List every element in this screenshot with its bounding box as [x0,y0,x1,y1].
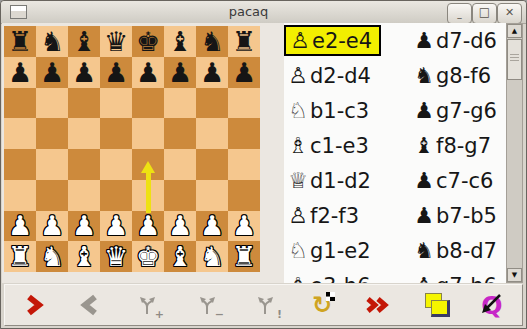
board-panel: ♜♞♝♛♚♝♞♜♟♟♟♟♟♟♟♟♟♟♟♟♟♟♟♟♜♞♝♛♚♝♞♜ [2,23,284,283]
square-b6[interactable] [36,88,68,119]
square-a2[interactable]: ♟ [4,211,36,242]
board: ♜♞♝♛♚♝♞♜♟♟♟♟♟♟♟♟♟♟♟♟♟♟♟♟♜♞♝♛♚♝♞♜ [4,26,260,272]
square-d4[interactable] [100,149,132,180]
black-pawn-icon: ♟ [412,205,436,227]
square-b8[interactable]: ♞ [36,26,68,57]
move-row: ♘g1-e2♞b8-d7 [284,233,506,268]
square-g3[interactable] [196,180,228,211]
square-e1[interactable]: ♚ [132,241,164,272]
move-text: b7-b5 [436,204,497,228]
black-pawn: ♟ [232,59,256,86]
black-bishop-icon: ♝ [412,275,436,284]
square-d7[interactable]: ♟ [100,57,132,88]
square-b1[interactable]: ♞ [36,241,68,272]
window-title: pacaq [61,4,436,19]
black-pawn: ♟ [104,59,128,86]
square-c2[interactable]: ♟ [68,211,100,242]
white-bishop-icon: ♗ [286,135,310,157]
branch-exclaim-icon [255,293,279,317]
square-c1[interactable]: ♝ [68,241,100,272]
move-text: b8-d7 [436,239,497,263]
square-g4[interactable] [196,149,228,180]
black-rook: ♜ [232,28,256,55]
move-text: f8-g7 [436,134,491,158]
move-arrow-head-icon [141,161,155,173]
maximize-button[interactable]: □ [472,3,497,24]
white-pawn-icon: ♙ [286,65,310,87]
square-g7[interactable]: ♟ [196,57,228,88]
window-menu-icon[interactable] [10,5,27,19]
move-text: e3-h6 [310,274,371,284]
move-text: b1-c3 [310,99,369,123]
white-move[interactable]: ♘b1-c3 [286,93,369,128]
black-bishop: ♝ [72,28,96,55]
black-pawn: ♟ [136,59,160,86]
move-text: c7-c6 [436,169,493,193]
white-king: ♚ [136,243,160,270]
close-button[interactable]: ✕ [497,3,522,24]
square-c6[interactable] [68,88,100,119]
square-h4[interactable] [228,149,260,180]
minus-badge: − [215,308,224,321]
black-rook: ♜ [8,28,32,55]
black-move[interactable]: ♝f8-g7 [412,128,491,163]
white-move[interactable]: ♙d2-d4 [286,58,371,93]
square-h5[interactable] [228,118,260,149]
minimize-button[interactable]: – [447,3,472,24]
white-move[interactable]: ♙e2-e4 [284,25,381,56]
square-c4[interactable] [68,149,100,180]
square-d1[interactable]: ♛ [100,241,132,272]
move-row: ♙d2-d4♞g8-f6 [284,58,506,93]
black-pawn-icon: ♟ [412,170,436,192]
white-pawn: ♟ [40,212,64,239]
square-d5[interactable] [100,118,132,149]
square-c8[interactable]: ♝ [68,26,100,57]
white-move[interactable]: ♗e3-h6 [286,268,371,283]
black-move[interactable]: ♟c7-c6 [412,163,493,198]
white-move[interactable]: ♙f2-f3 [286,198,359,233]
diagonal-arrow-icon [477,290,507,320]
variation-add-button[interactable]: + [134,290,164,320]
square-a7[interactable]: ♟ [4,57,36,88]
black-move[interactable]: ♟g7-g6 [412,93,497,128]
square-g5[interactable] [196,118,228,149]
square-a4[interactable] [4,149,36,180]
move-row: ♗c1-e3♝f8-g7 [284,128,506,163]
square-f4[interactable] [164,149,196,180]
square-c7[interactable]: ♟ [68,57,100,88]
front-board-icon [431,300,450,317]
black-knight-icon: ♞ [412,240,436,262]
white-pawn: ♟ [232,212,256,239]
square-e5[interactable] [132,118,164,149]
square-g8[interactable]: ♞ [196,26,228,57]
square-h6[interactable] [228,88,260,119]
variation-promote-button[interactable]: ! [252,290,282,320]
black-pawn: ♟ [72,59,96,86]
title-bar[interactable]: pacaq – □ ✕ [1,1,526,24]
move-row: ♕d1-d2♟c7-c6 [284,163,506,198]
scroll-up-icon[interactable]: ▲ [507,24,522,38]
square-b4[interactable] [36,149,68,180]
square-g2[interactable]: ♟ [196,211,228,242]
square-c5[interactable] [68,118,100,149]
square-h8[interactable]: ♜ [228,26,260,57]
move-text: d7-d6 [436,29,497,53]
white-pawn-icon: ♙ [288,30,312,52]
black-pawn-icon: ♟ [412,30,436,52]
white-queen: ♛ [104,243,128,270]
white-knight-icon: ♘ [286,100,310,122]
white-knight-icon: ♘ [286,240,310,262]
move-text: e2-e4 [312,29,372,53]
step-forward-button[interactable] [19,290,49,320]
square-e6[interactable] [132,88,164,119]
square-a8[interactable]: ♜ [4,26,36,57]
move-text: g1-e2 [310,239,371,263]
move-row: ♙e2-e4♟d7-d6 [284,23,506,58]
square-a5[interactable] [4,118,36,149]
copy-board-button[interactable] [422,290,452,320]
gray-chevron-left-icon [78,293,102,317]
move-text: f2-f3 [310,204,359,228]
square-f3[interactable] [164,180,196,211]
square-c3[interactable] [68,180,100,211]
move-text: d1-d2 [310,169,371,193]
white-move[interactable]: ♗c1-e3 [286,128,369,163]
white-knight: ♞ [40,243,64,270]
square-f7[interactable]: ♟ [164,57,196,88]
black-move[interactable]: ♟d7-d6 [412,23,497,58]
black-move[interactable]: ♟b7-b5 [412,198,497,233]
square-b2[interactable]: ♟ [36,211,68,242]
square-h3[interactable] [228,180,260,211]
square-e2[interactable]: ♟ [132,211,164,242]
black-pawn: ♟ [168,59,192,86]
square-b5[interactable] [36,118,68,149]
white-knight: ♞ [200,243,224,270]
square-f8[interactable]: ♝ [164,26,196,57]
black-move[interactable]: ♞g8-f6 [412,58,491,93]
move-text: g8-f6 [436,64,491,88]
white-pawn: ♟ [168,212,192,239]
white-rook: ♜ [8,243,32,270]
square-h2[interactable]: ♟ [228,211,260,242]
black-knight: ♞ [40,28,64,55]
black-queen: ♛ [104,28,128,55]
red-chevron-right-icon [22,293,46,317]
square-d6[interactable] [100,88,132,119]
square-g6[interactable] [196,88,228,119]
move-row: ♘b1-c3♟g7-g6 [284,93,506,128]
move-list: ♙e2-e4♟d7-d6♙d2-d4♞g8-f6♘b1-c3♟g7-g6♗c1-… [284,23,506,283]
black-bishop-icon: ♝ [412,135,436,157]
move-row: ♗e3-h6♝g7-h6 [284,268,506,283]
black-knight: ♞ [200,28,224,55]
step-back-button[interactable] [75,290,105,320]
exclaim-badge: ! [277,308,282,321]
square-f6[interactable] [164,88,196,119]
move-text: g7-h6 [436,274,497,284]
square-d3[interactable] [100,180,132,211]
white-bishop: ♝ [168,243,192,270]
white-move[interactable]: ♘g1-e2 [286,233,371,268]
white-pawn: ♟ [8,212,32,239]
scroll-down-icon[interactable]: ▼ [507,268,522,282]
black-move[interactable]: ♝g7-h6 [412,268,497,283]
white-move[interactable]: ♕d1-d2 [286,163,371,198]
black-bishop: ♝ [168,28,192,55]
black-knight-icon: ♞ [412,65,436,87]
move-arrow-line [146,172,151,213]
white-queen-icon: ♕ [286,170,310,192]
square-e8[interactable]: ♚ [132,26,164,57]
square-f2[interactable]: ♟ [164,211,196,242]
square-d2[interactable]: ♟ [100,211,132,242]
white-pawn: ♟ [136,212,160,239]
white-rook: ♜ [232,243,256,270]
fast-forward-button[interactable] [362,290,392,320]
plus-badge: + [155,308,164,321]
square-b7[interactable]: ♟ [36,57,68,88]
toolbar: + − ! ↻ [4,284,523,326]
app-window: pacaq – □ ✕ ♜♞♝♛♚♝♞♜♟♟♟♟♟♟♟♟♟♟♟♟♟♟♟♟♜♞♝♛… [0,0,527,329]
flip-board-button[interactable]: ↻ [307,290,337,320]
white-bishop: ♝ [72,243,96,270]
white-bishop-icon: ♗ [286,275,310,284]
black-king: ♚ [136,28,160,55]
black-move[interactable]: ♞b8-d7 [412,233,497,268]
square-g1[interactable]: ♞ [196,241,228,272]
promotion-queen-button[interactable]: Q [477,290,507,320]
white-pawn: ♟ [104,212,128,239]
red-double-chevron-icon [364,293,390,317]
white-pawn-icon: ♙ [286,205,310,227]
black-pawn-icon: ♟ [412,100,436,122]
black-pawn: ♟ [8,59,32,86]
move-text: d2-d4 [310,64,371,88]
white-pawn: ♟ [72,212,96,239]
black-pawn: ♟ [40,59,64,86]
move-row: ♙f2-f3♟b7-b5 [284,198,506,233]
square-h7[interactable]: ♟ [228,57,260,88]
white-pawn: ♟ [200,212,224,239]
square-a6[interactable] [4,88,36,119]
square-f1[interactable]: ♝ [164,241,196,272]
square-a1[interactable]: ♜ [4,241,36,272]
checkerboard-icon [326,292,335,301]
square-d8[interactable]: ♛ [100,26,132,57]
variation-delete-button[interactable]: − [194,290,224,320]
square-h1[interactable]: ♜ [228,241,260,272]
square-a3[interactable] [4,180,36,211]
move-text: g7-g6 [436,99,497,123]
move-text: c1-e3 [310,134,369,158]
move-list-scrollbar[interactable]: ▲ ▼ [506,23,523,283]
thumb-grip [510,54,519,62]
scrollbar-thumb[interactable] [507,39,522,80]
square-e7[interactable]: ♟ [132,57,164,88]
square-b3[interactable] [36,180,68,211]
square-f5[interactable] [164,118,196,149]
black-pawn: ♟ [200,59,224,86]
